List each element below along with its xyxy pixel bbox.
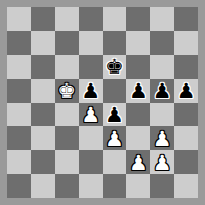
square-f4[interactable]: [126, 103, 150, 127]
square-e7[interactable]: [103, 31, 127, 55]
square-e5[interactable]: [103, 79, 127, 103]
square-h4[interactable]: [174, 103, 198, 127]
square-a4[interactable]: [7, 103, 31, 127]
square-b7[interactable]: [31, 31, 55, 55]
square-f7[interactable]: [126, 31, 150, 55]
square-c8[interactable]: [55, 7, 79, 31]
square-b5[interactable]: [31, 79, 55, 103]
square-e2[interactable]: [103, 150, 127, 174]
square-c6[interactable]: [55, 55, 79, 79]
chess-diagram: ♚♚♟♟♟♟♟♟♟♟♟♟: [0, 0, 205, 205]
square-d5[interactable]: ♟: [79, 79, 103, 103]
black-pawn-piece: ♟: [177, 81, 196, 102]
white-pawn-piece: ♟: [129, 152, 148, 173]
square-b8[interactable]: [31, 7, 55, 31]
square-d1[interactable]: [79, 174, 103, 198]
square-e1[interactable]: [103, 174, 127, 198]
square-d3[interactable]: [79, 126, 103, 150]
black-pawn-piece: ♟: [105, 104, 124, 125]
square-c4[interactable]: [55, 103, 79, 127]
square-f6[interactable]: [126, 55, 150, 79]
white-pawn-piece: ♟: [81, 104, 100, 125]
white-pawn-piece: ♟: [153, 128, 172, 149]
square-f8[interactable]: [126, 7, 150, 31]
square-f1[interactable]: [126, 174, 150, 198]
square-a6[interactable]: [7, 55, 31, 79]
square-f5[interactable]: ♟: [126, 79, 150, 103]
square-d6[interactable]: [79, 55, 103, 79]
square-b3[interactable]: [31, 126, 55, 150]
square-h3[interactable]: [174, 126, 198, 150]
square-h2[interactable]: [174, 150, 198, 174]
square-d8[interactable]: [79, 7, 103, 31]
square-c5[interactable]: ♚: [55, 79, 79, 103]
square-g3[interactable]: ♟: [150, 126, 174, 150]
square-h5[interactable]: ♟: [174, 79, 198, 103]
square-a2[interactable]: [7, 150, 31, 174]
square-c7[interactable]: [55, 31, 79, 55]
square-e8[interactable]: [103, 7, 127, 31]
square-h1[interactable]: [174, 174, 198, 198]
square-a3[interactable]: [7, 126, 31, 150]
white-pawn-piece: ♟: [153, 152, 172, 173]
square-e6[interactable]: ♚: [103, 55, 127, 79]
black-pawn-piece: ♟: [153, 81, 172, 102]
square-a7[interactable]: [7, 31, 31, 55]
square-e3[interactable]: ♟: [103, 126, 127, 150]
square-g1[interactable]: [150, 174, 174, 198]
square-c2[interactable]: [55, 150, 79, 174]
square-a1[interactable]: [7, 174, 31, 198]
square-b2[interactable]: [31, 150, 55, 174]
chess-board: ♚♚♟♟♟♟♟♟♟♟♟♟: [7, 7, 198, 198]
square-d4[interactable]: ♟: [79, 103, 103, 127]
square-g2[interactable]: ♟: [150, 150, 174, 174]
white-king-piece: ♚: [57, 81, 76, 102]
square-e4[interactable]: ♟: [103, 103, 127, 127]
square-g7[interactable]: [150, 31, 174, 55]
black-pawn-piece: ♟: [81, 81, 100, 102]
square-a5[interactable]: [7, 79, 31, 103]
square-g5[interactable]: ♟: [150, 79, 174, 103]
square-g8[interactable]: [150, 7, 174, 31]
square-b4[interactable]: [31, 103, 55, 127]
square-d7[interactable]: [79, 31, 103, 55]
white-pawn-piece: ♟: [105, 128, 124, 149]
square-c1[interactable]: [55, 174, 79, 198]
square-h8[interactable]: [174, 7, 198, 31]
square-f3[interactable]: [126, 126, 150, 150]
black-king-piece: ♚: [105, 57, 124, 78]
square-d2[interactable]: [79, 150, 103, 174]
square-h7[interactable]: [174, 31, 198, 55]
square-c3[interactable]: [55, 126, 79, 150]
square-g4[interactable]: [150, 103, 174, 127]
square-f2[interactable]: ♟: [126, 150, 150, 174]
square-b6[interactable]: [31, 55, 55, 79]
square-h6[interactable]: [174, 55, 198, 79]
black-pawn-piece: ♟: [129, 81, 148, 102]
square-g6[interactable]: [150, 55, 174, 79]
square-a8[interactable]: [7, 7, 31, 31]
square-b1[interactable]: [31, 174, 55, 198]
